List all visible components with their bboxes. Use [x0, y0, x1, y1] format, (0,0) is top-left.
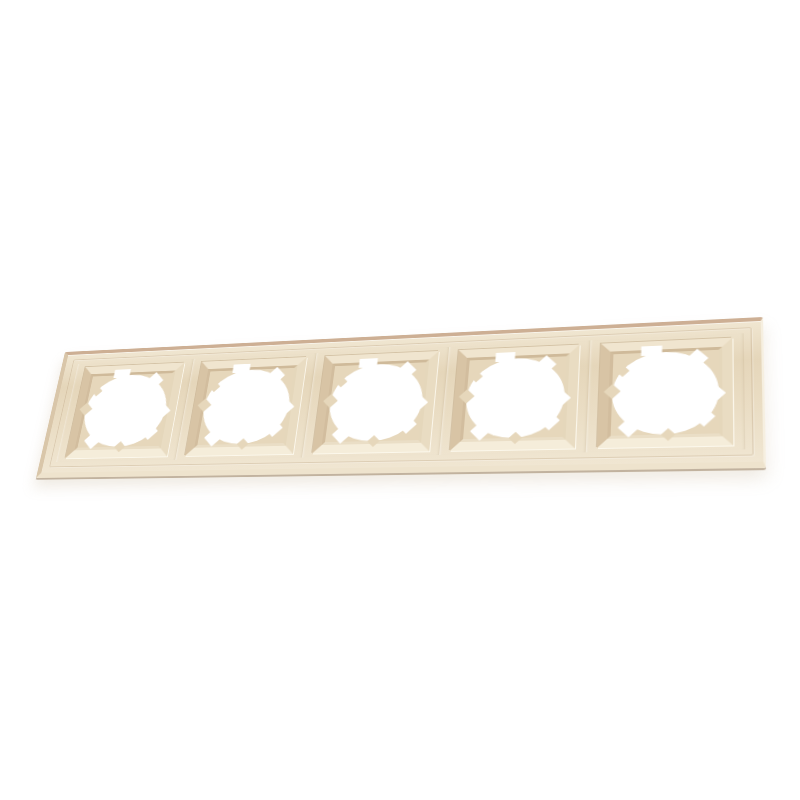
cutout-top-slot — [359, 358, 378, 368]
module-inner-ledge — [608, 347, 723, 439]
frame-module — [56, 359, 193, 462]
module-inner-ledge — [194, 365, 298, 448]
module-cutout-area — [611, 350, 719, 436]
module-inner-ledge — [459, 353, 570, 442]
cutout-top-slot — [641, 346, 662, 356]
cutout-top-slot — [495, 352, 515, 362]
module-inner-ledge — [322, 359, 429, 445]
frame-module — [439, 340, 591, 455]
module-inner-ledge — [74, 370, 175, 450]
module-opening-bevel — [184, 357, 307, 456]
module-cutout-area — [325, 362, 426, 442]
module-cutout-area — [77, 373, 172, 448]
module-cutout-area — [463, 356, 567, 439]
cutout-top-slot — [232, 364, 250, 373]
module-cutout-area — [197, 368, 295, 445]
module-opening-bevel — [65, 363, 184, 459]
wall-frame-plate — [36, 317, 766, 478]
frame-module — [302, 347, 449, 458]
cutout-top-slot — [113, 369, 131, 378]
product-photo — [0, 0, 800, 800]
module-opening-bevel — [449, 345, 580, 451]
aperture-row — [56, 333, 745, 462]
module-opening-bevel — [597, 338, 733, 448]
frame-module — [586, 333, 745, 452]
frame-module — [175, 353, 317, 460]
module-opening-bevel — [312, 351, 439, 454]
